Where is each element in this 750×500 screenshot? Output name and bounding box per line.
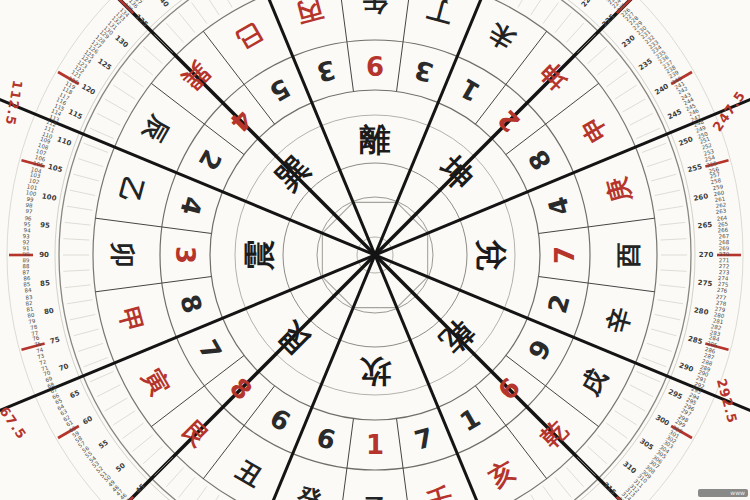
rim-tick [179,477,195,497]
rim-tick [651,174,676,181]
rim-tick [143,46,162,63]
luoshu-number-午: 9 [366,52,384,78]
rim-tick [70,314,95,319]
rim-tick [97,385,120,397]
rim-tick [179,13,195,33]
rim-tick [70,190,95,195]
luoshu-number-酉: 7 [552,246,578,264]
rim-tick [154,457,172,475]
mountain-cell-divider [539,277,655,292]
rim-tick [97,113,120,125]
rim-tick [74,329,99,336]
rim-tick [615,85,637,99]
rim-tick [647,159,672,167]
degree-label-fine: 88 [23,264,30,270]
rim-tick [123,423,144,438]
rim-tick [566,468,583,487]
degree-label-fine: 81 [26,306,34,313]
rim-tick [65,222,91,225]
degree-label-fine: 94 [23,228,30,234]
degree-label-fine: 83 [25,294,33,300]
mountain-cell-divider [338,0,353,91]
rim-tick [606,423,627,438]
rim-tick [65,285,91,288]
rim-tick [606,72,627,87]
mountain-子: 子 [363,496,388,500]
rim-tick [143,446,162,463]
degree-label-fine: 90 [23,252,30,258]
degree-label-fine: 86 [23,276,30,282]
mountain-cell-divider [397,419,412,500]
degree-label-fine: 80 [27,312,35,319]
degree-label: 265 [697,222,712,230]
degree-label: 85 [40,280,50,288]
degree-label: 270 [699,252,714,259]
rim-tick [133,435,153,451]
luoshu-number-子: 1 [366,432,384,458]
degree-label-fine: 89 [22,258,29,264]
rim-tick [647,343,672,351]
mountain-卯: 卯 [110,243,135,268]
rim-tick [657,300,683,304]
rim-tick [123,72,144,87]
rim-tick [531,0,545,15]
rim-tick [67,206,93,210]
mountain-cell-divider [397,0,412,91]
rim-tick [192,3,207,24]
rim-tick [63,270,89,271]
rim-tick [623,398,646,411]
rim-tick [154,34,172,52]
degree-label-fine: 95 [24,222,31,228]
rim-tick [78,159,103,167]
rim-tick [133,59,153,75]
rim-tick [105,99,128,112]
rim-tick [651,329,676,336]
degree-label-fine: 92 [23,240,30,246]
rim-tick [630,385,653,397]
luopan-compass-diagram: 離坤兌乾坎艮震巽931284729617166878342453午丁未坤申庚酉辛… [0,0,750,500]
rim-tick [543,486,558,500]
rim-tick [661,270,687,271]
degree-label-fine: 79 [28,318,36,325]
rim-tick [577,34,595,52]
rim-tick [518,0,531,7]
rim-tick [74,174,99,181]
rim-tick [588,446,607,463]
rim-tick [78,343,103,351]
degree-label-fine: 78 [30,324,38,331]
degree-label-fine: 93 [23,234,30,240]
degree-label: 95 [40,222,50,230]
degree-label-fine: 96 [24,215,32,221]
trigram-震: 震 [244,240,275,271]
mountain-cell-divider [539,218,655,233]
rim-tick [205,0,219,15]
mountain-酉: 酉 [616,243,641,268]
rim-tick [67,300,93,304]
watermark: www [698,489,748,497]
rim-tick [659,222,685,225]
rim-tick [642,143,666,152]
rim-tick [63,239,89,240]
degree-label: 90 [39,252,49,259]
rim-tick [113,411,135,425]
luoshu-number-卯: 3 [172,246,198,264]
rim-tick [642,357,666,366]
mountain-午: 午 [363,0,388,15]
degree-label-fine: 91 [22,246,29,252]
rim-tick [84,143,108,152]
rim-tick [105,398,128,411]
mountain-cell-divider [338,419,353,500]
rim-tick [597,59,617,75]
mountain-cell-divider [95,277,211,292]
degree-label-fine: 87 [23,270,30,276]
rim-tick [555,13,571,33]
rim-tick [113,85,135,99]
rim-tick [531,495,545,500]
trigram-坎: 坎 [360,356,391,387]
mountain-cell-divider [95,218,211,233]
rim-tick [655,314,680,319]
rim-tick [566,23,583,42]
rim-tick [219,0,232,7]
rim-tick [166,468,183,487]
rim-tick [659,285,685,288]
degree-label: 275 [697,280,712,288]
rim-tick [543,3,558,24]
rim-tick [655,190,680,195]
trigram-離: 離 [360,124,391,155]
rim-tick [205,495,219,500]
rim-tick [577,457,595,475]
degree-label-fine: 82 [26,300,34,306]
rim-tick [597,435,617,451]
rim-tick [192,486,207,500]
rim-tick [630,113,653,125]
rim-tick [84,357,108,366]
rim-tick [166,23,183,42]
rim-tick [615,411,637,425]
trigram-兌: 兌 [476,240,507,271]
rim-tick [588,46,607,63]
rim-tick [623,99,646,112]
rim-tick [657,206,683,210]
rim-tick [661,239,687,240]
rim-tick [555,477,571,497]
